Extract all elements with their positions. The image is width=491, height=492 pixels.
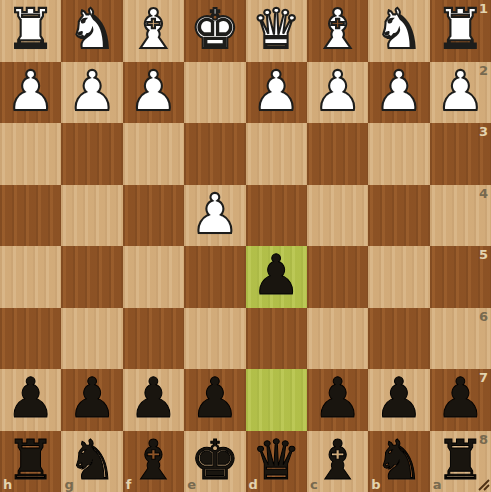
square-f6[interactable] — [123, 308, 184, 370]
square-c2[interactable]: ♟ — [307, 62, 368, 124]
square-e2[interactable] — [184, 62, 245, 124]
white-pawn-e4[interactable]: ♟ — [190, 187, 239, 242]
square-d1[interactable]: ♛ — [246, 0, 307, 62]
square-a4[interactable]: 4 — [430, 185, 491, 247]
square-c6[interactable] — [307, 308, 368, 370]
white-pawn-c2[interactable]: ♟ — [313, 64, 362, 119]
square-a7[interactable]: 7♟ — [430, 369, 491, 431]
square-e1[interactable]: ♚ — [184, 0, 245, 62]
square-d7[interactable] — [246, 369, 307, 431]
square-b2[interactable]: ♟ — [368, 62, 429, 124]
square-h6[interactable] — [0, 308, 61, 370]
square-g2[interactable]: ♟ — [61, 62, 122, 124]
square-c3[interactable] — [307, 123, 368, 185]
square-f8[interactable]: f♝ — [123, 431, 184, 492]
square-g6[interactable] — [61, 308, 122, 370]
square-b1[interactable]: ♞ — [368, 0, 429, 62]
square-a3[interactable]: 3 — [430, 123, 491, 185]
square-b6[interactable] — [368, 308, 429, 370]
square-c8[interactable]: c♝ — [307, 431, 368, 492]
square-d3[interactable] — [246, 123, 307, 185]
square-g3[interactable] — [61, 123, 122, 185]
black-pawn-f7[interactable]: ♟ — [129, 371, 178, 426]
black-bishop-c8[interactable]: ♝ — [313, 433, 362, 488]
square-f4[interactable] — [123, 185, 184, 247]
black-pawn-c7[interactable]: ♟ — [313, 371, 362, 426]
board-resize-handle[interactable] — [478, 479, 490, 491]
square-h7[interactable]: ♟ — [0, 369, 61, 431]
resize-diagonal-lines-icon — [478, 479, 490, 491]
square-d5[interactable]: ♟ — [246, 246, 307, 308]
coord-rank-3: 3 — [479, 124, 488, 139]
black-queen-d8[interactable]: ♛ — [252, 433, 301, 488]
black-pawn-h7[interactable]: ♟ — [6, 371, 55, 426]
square-a1[interactable]: 1♜ — [430, 0, 491, 62]
black-pawn-d5[interactable]: ♟ — [252, 248, 301, 303]
square-g5[interactable] — [61, 246, 122, 308]
white-rook-h1[interactable]: ♜ — [6, 2, 55, 57]
square-h5[interactable] — [0, 246, 61, 308]
square-b3[interactable] — [368, 123, 429, 185]
square-g4[interactable] — [61, 185, 122, 247]
square-e7[interactable]: ♟ — [184, 369, 245, 431]
square-d2[interactable]: ♟ — [246, 62, 307, 124]
coord-rank-6: 6 — [479, 309, 488, 324]
coord-rank-4: 4 — [479, 186, 488, 201]
black-king-e8[interactable]: ♚ — [190, 433, 239, 488]
square-f7[interactable]: ♟ — [123, 369, 184, 431]
square-h3[interactable] — [0, 123, 61, 185]
square-h2[interactable]: ♟ — [0, 62, 61, 124]
white-knight-g1[interactable]: ♞ — [67, 2, 116, 57]
square-e8[interactable]: e♚ — [184, 431, 245, 492]
square-a5[interactable]: 5 — [430, 246, 491, 308]
chess-board: ♜♞♝♚♛♝♞1♜♟♟♟♟♟♟2♟3♟4♟56♟♟♟♟♟♟7♟h♜g♞f♝e♚d… — [0, 0, 491, 492]
square-h1[interactable]: ♜ — [0, 0, 61, 62]
black-pawn-e7[interactable]: ♟ — [190, 371, 239, 426]
square-e6[interactable] — [184, 308, 245, 370]
black-pawn-g7[interactable]: ♟ — [67, 371, 116, 426]
square-g7[interactable]: ♟ — [61, 369, 122, 431]
square-b7[interactable]: ♟ — [368, 369, 429, 431]
square-g8[interactable]: g♞ — [61, 431, 122, 492]
square-d6[interactable] — [246, 308, 307, 370]
square-f1[interactable]: ♝ — [123, 0, 184, 62]
white-pawn-f2[interactable]: ♟ — [129, 64, 178, 119]
white-queen-d1[interactable]: ♛ — [252, 2, 301, 57]
white-pawn-g2[interactable]: ♟ — [67, 64, 116, 119]
chess-board-container: ♜♞♝♚♛♝♞1♜♟♟♟♟♟♟2♟3♟4♟56♟♟♟♟♟♟7♟h♜g♞f♝e♚d… — [0, 0, 491, 492]
square-g1[interactable]: ♞ — [61, 0, 122, 62]
coord-rank-5: 5 — [479, 247, 488, 262]
white-pawn-a2[interactable]: ♟ — [436, 64, 485, 119]
square-h8[interactable]: h♜ — [0, 431, 61, 492]
square-e3[interactable] — [184, 123, 245, 185]
white-rook-a1[interactable]: ♜ — [436, 2, 485, 57]
black-knight-g8[interactable]: ♞ — [67, 433, 116, 488]
white-knight-b1[interactable]: ♞ — [374, 2, 423, 57]
white-pawn-h2[interactable]: ♟ — [6, 64, 55, 119]
black-bishop-f8[interactable]: ♝ — [129, 433, 178, 488]
square-d8[interactable]: d♛ — [246, 431, 307, 492]
square-b4[interactable] — [368, 185, 429, 247]
square-a6[interactable]: 6 — [430, 308, 491, 370]
square-f5[interactable] — [123, 246, 184, 308]
square-f3[interactable] — [123, 123, 184, 185]
square-c4[interactable] — [307, 185, 368, 247]
square-e5[interactable] — [184, 246, 245, 308]
square-f2[interactable]: ♟ — [123, 62, 184, 124]
white-pawn-b2[interactable]: ♟ — [374, 64, 423, 119]
black-rook-h8[interactable]: ♜ — [6, 433, 55, 488]
white-pawn-d2[interactable]: ♟ — [252, 64, 301, 119]
square-a2[interactable]: 2♟ — [430, 62, 491, 124]
white-bishop-c1[interactable]: ♝ — [313, 2, 362, 57]
square-d4[interactable] — [246, 185, 307, 247]
white-king-e1[interactable]: ♚ — [190, 2, 239, 57]
black-pawn-b7[interactable]: ♟ — [374, 371, 423, 426]
square-c1[interactable]: ♝ — [307, 0, 368, 62]
square-b5[interactable] — [368, 246, 429, 308]
square-b8[interactable]: b♞ — [368, 431, 429, 492]
square-h4[interactable] — [0, 185, 61, 247]
black-knight-b8[interactable]: ♞ — [374, 433, 423, 488]
square-c5[interactable] — [307, 246, 368, 308]
square-e4[interactable]: ♟ — [184, 185, 245, 247]
white-bishop-f1[interactable]: ♝ — [129, 2, 178, 57]
square-c7[interactable]: ♟ — [307, 369, 368, 431]
black-pawn-a7[interactable]: ♟ — [436, 371, 485, 426]
